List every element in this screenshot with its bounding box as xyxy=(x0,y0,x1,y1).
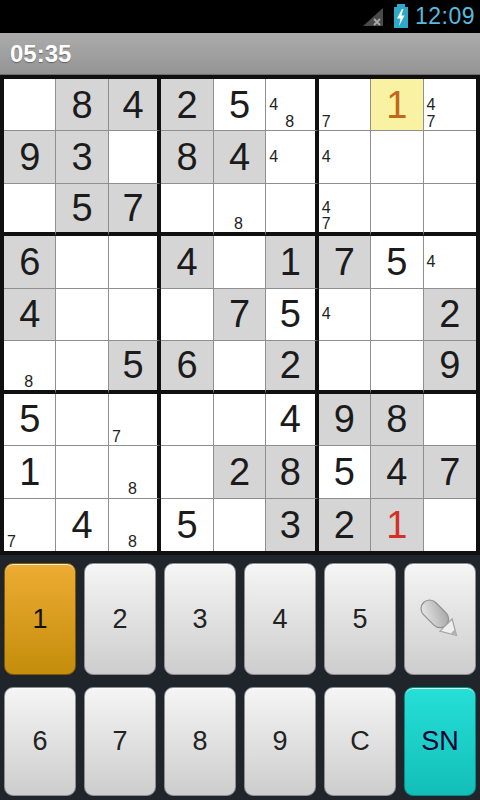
pencil-digit-slot xyxy=(319,79,336,96)
pencil-digit-slot xyxy=(141,394,157,411)
pencil-digit-slot xyxy=(141,480,157,497)
pencil-digit-slot xyxy=(38,374,55,390)
cell-r2c2[interactable]: 3 xyxy=(56,131,108,183)
cell-r7c7[interactable]: 9 xyxy=(319,394,371,446)
pencil-digit-slot xyxy=(266,79,282,96)
cell-digit: 5 xyxy=(229,86,250,124)
pencil-digit-slot xyxy=(441,271,458,288)
cell-r8c2[interactable] xyxy=(56,446,108,498)
cell-digit: 1 xyxy=(386,506,407,544)
cell-r2c8[interactable] xyxy=(371,131,423,183)
pencil-digit-slot xyxy=(38,357,55,373)
pencil-digit-slot xyxy=(109,446,125,463)
pencil-digit-slot xyxy=(336,289,353,306)
cell-digit: 8 xyxy=(386,400,407,438)
cell-r9c7[interactable]: 2 xyxy=(319,499,371,551)
pencil-digit-slot xyxy=(231,184,248,200)
cell-r2c3[interactable] xyxy=(109,131,161,183)
clock-text: 12:09 xyxy=(415,3,475,30)
pencil-digit-slot xyxy=(282,131,298,148)
pencil-digit-slot: 7 xyxy=(319,113,336,130)
cell-r7c2[interactable] xyxy=(56,394,108,446)
cell-r9c2[interactable]: 4 xyxy=(56,499,108,551)
pencil-digit-slot xyxy=(266,113,282,130)
pencil-digit-slot xyxy=(282,166,298,183)
cell-r5c6[interactable]: 5 xyxy=(266,289,318,341)
cell-digit: 5 xyxy=(386,243,407,281)
pencil-digit-slot xyxy=(141,516,157,533)
cell-r1c8[interactable]: 1 xyxy=(371,79,423,131)
pencil-digit-slot xyxy=(38,499,55,516)
pencil-digit-slot xyxy=(125,411,141,428)
pencil-marks: 7 xyxy=(4,499,55,551)
pencil-digit-slot xyxy=(459,271,476,288)
pencil-digit-slot xyxy=(141,463,157,480)
cell-digit: 7 xyxy=(229,295,250,333)
key-6[interactable]: 6 xyxy=(4,687,76,796)
pencil-marks: 8 xyxy=(109,499,157,551)
cell-digit: 1 xyxy=(386,86,407,124)
pencil-digit-slot xyxy=(336,323,353,340)
cell-r5c1[interactable]: 4 xyxy=(4,289,56,341)
pencil-marks: 4 xyxy=(266,131,314,182)
pencil-digit-slot xyxy=(353,306,370,323)
cell-digit: 2 xyxy=(280,346,301,384)
pencil-digit-slot xyxy=(336,216,353,232)
cell-digit: 5 xyxy=(176,506,197,544)
cell-digit: 4 xyxy=(72,506,93,544)
pencil-digit-slot: 4 xyxy=(424,253,441,270)
key-7[interactable]: 7 xyxy=(84,687,156,796)
pencil-digit-slot xyxy=(38,516,55,533)
pencil-digit-slot xyxy=(336,131,353,148)
pencil-digit-slot xyxy=(4,357,21,373)
pencil-digit-slot xyxy=(353,200,370,216)
pencil-digit-slot xyxy=(109,499,125,516)
cell-r4c1[interactable]: 6 xyxy=(4,236,56,288)
cell-digit: 2 xyxy=(229,453,250,491)
pencil-icon xyxy=(413,592,467,646)
pencil-digit-slot xyxy=(353,184,370,200)
pencil-digit-slot xyxy=(248,200,265,216)
pencil-digit-slot xyxy=(282,79,298,96)
pencil-digit-slot xyxy=(21,357,38,373)
timer-bar: 05:35 xyxy=(0,33,480,75)
cell-r7c8[interactable]: 8 xyxy=(371,394,423,446)
no-signal-icon xyxy=(360,5,386,29)
cell-r9c3[interactable]: 8 xyxy=(109,499,161,551)
cell-r6c3[interactable]: 5 xyxy=(109,341,161,393)
pencil-digit-slot xyxy=(459,96,476,113)
cell-r5c3[interactable] xyxy=(109,289,161,341)
pencil-digit-slot xyxy=(441,113,458,130)
cell-r2c9[interactable] xyxy=(424,131,476,183)
pencil-digit-slot xyxy=(282,96,298,113)
cell-r9c6[interactable]: 3 xyxy=(266,499,318,551)
pencil-digit-slot: 8 xyxy=(125,534,141,551)
status-bar: 12:09 xyxy=(0,0,480,33)
pencil-digit-slot xyxy=(266,166,282,183)
pencil-digit-slot: 8 xyxy=(231,216,248,232)
cell-digit: 4 xyxy=(176,243,197,281)
cell-digit: 5 xyxy=(19,400,40,438)
cell-r8c9[interactable]: 7 xyxy=(424,446,476,498)
cell-digit: 2 xyxy=(439,295,460,333)
key-5[interactable]: 5 xyxy=(324,563,396,675)
cell-digit: 2 xyxy=(176,86,197,124)
cell-r5c8[interactable] xyxy=(371,289,423,341)
pencil-digit-slot xyxy=(441,79,458,96)
pencil-digit-slot xyxy=(21,534,38,551)
pencil-marks: 47 xyxy=(319,184,370,232)
cell-digit: 4 xyxy=(19,295,40,333)
cell-r8c6[interactable]: 8 xyxy=(266,446,318,498)
pencil-digit-slot xyxy=(459,236,476,253)
cell-r4c6[interactable]: 1 xyxy=(266,236,318,288)
cell-digit: 7 xyxy=(334,243,355,281)
pencil-digit-slot xyxy=(141,534,157,551)
pencil-digit-slot: 4 xyxy=(319,306,336,323)
pencil-digit-slot xyxy=(109,516,125,533)
cell-digit: 5 xyxy=(334,453,355,491)
pencil-digit-slot xyxy=(109,411,125,428)
cell-r7c3[interactable]: 7 xyxy=(109,394,161,446)
pencil-marks: 4 xyxy=(319,289,370,340)
cell-r1c2[interactable]: 8 xyxy=(56,79,108,131)
pencil-digit-slot xyxy=(299,113,315,130)
pencil-digit-slot: 7 xyxy=(4,534,21,551)
battery-charging-icon xyxy=(391,3,410,30)
cell-r3c3[interactable]: 7 xyxy=(109,184,161,236)
cell-digit: 9 xyxy=(439,346,460,384)
cell-r2c7[interactable]: 4 xyxy=(319,131,371,183)
pencil-digit-slot xyxy=(125,463,141,480)
pencil-digit-slot xyxy=(336,79,353,96)
pencil-digit-slot xyxy=(248,216,265,232)
pencil-digit-slot xyxy=(4,499,21,516)
cell-r2c6[interactable]: 4 xyxy=(266,131,318,183)
cell-r1c5[interactable]: 5 xyxy=(214,79,266,131)
pencil-digit-slot xyxy=(4,341,21,357)
pencil-digit-slot xyxy=(319,131,336,148)
key-SN[interactable]: SN xyxy=(404,687,476,796)
cell-digit: 7 xyxy=(439,453,460,491)
cell-r3c9[interactable] xyxy=(424,184,476,236)
pencil-digit-slot xyxy=(141,499,157,516)
pencil-digit-slot: 4 xyxy=(319,200,336,216)
pencil-digit-slot xyxy=(459,79,476,96)
pencil-digit-slot xyxy=(353,113,370,130)
pencil-digit-slot xyxy=(109,534,125,551)
cell-digit: 6 xyxy=(176,346,197,384)
cell-r4c8[interactable]: 5 xyxy=(371,236,423,288)
cell-r3c1[interactable] xyxy=(4,184,56,236)
cell-digit: 3 xyxy=(280,506,301,544)
key-3[interactable]: 3 xyxy=(164,563,236,675)
pencil-digit-slot xyxy=(353,166,370,183)
pencil-digit-slot xyxy=(336,184,353,200)
key-1[interactable]: 1 xyxy=(4,563,76,675)
cell-r6c7[interactable] xyxy=(319,341,371,393)
cell-r6c9[interactable]: 9 xyxy=(424,341,476,393)
cell-r6c8[interactable] xyxy=(371,341,423,393)
pencil-digit-slot xyxy=(353,289,370,306)
cell-r7c5[interactable] xyxy=(214,394,266,446)
pencil-digit-slot xyxy=(38,341,55,357)
pencil-digit-slot xyxy=(125,394,141,411)
pencil-digit-slot xyxy=(125,446,141,463)
pencil-digit-slot xyxy=(459,253,476,270)
cell-digit: 4 xyxy=(280,400,301,438)
cell-r6c4[interactable]: 6 xyxy=(161,341,213,393)
pencil-digit-slot xyxy=(319,166,336,183)
pencil-digit-slot: 7 xyxy=(424,113,441,130)
pencil-digit-slot xyxy=(299,149,315,166)
cell-digit: 8 xyxy=(72,86,93,124)
pencil-button[interactable] xyxy=(404,563,476,675)
pencil-digit-slot xyxy=(319,184,336,200)
cell-r4c5[interactable] xyxy=(214,236,266,288)
cell-r9c9[interactable] xyxy=(424,499,476,551)
key-4[interactable]: 4 xyxy=(244,563,316,675)
cell-r4c7[interactable]: 7 xyxy=(319,236,371,288)
cell-r5c2[interactable] xyxy=(56,289,108,341)
pencil-digit-slot xyxy=(353,79,370,96)
pencil-digit-slot xyxy=(299,131,315,148)
pencil-digit-slot: 4 xyxy=(266,96,282,113)
pencil-digit-slot: 8 xyxy=(21,374,38,390)
pencil-digit-slot xyxy=(282,149,298,166)
pencil-digit-slot xyxy=(21,516,38,533)
keypad-row-2: 6789CSN xyxy=(0,687,480,796)
cell-r1c9[interactable]: 47 xyxy=(424,79,476,131)
pencil-digit-slot xyxy=(424,271,441,288)
cell-r2c5[interactable]: 4 xyxy=(214,131,266,183)
pencil-digit-slot xyxy=(141,428,157,445)
pencil-digit-slot xyxy=(353,131,370,148)
cell-r2c1[interactable]: 9 xyxy=(4,131,56,183)
cell-r4c9[interactable]: 4 xyxy=(424,236,476,288)
pencil-digit-slot xyxy=(21,341,38,357)
pencil-digit-slot xyxy=(299,166,315,183)
pencil-digit-slot: 4 xyxy=(424,96,441,113)
pencil-digit-slot xyxy=(353,323,370,340)
cell-r9c8[interactable]: 1 xyxy=(371,499,423,551)
cell-r1c3[interactable]: 4 xyxy=(109,79,161,131)
cell-digit: 5 xyxy=(72,189,93,227)
cell-r1c1[interactable] xyxy=(4,79,56,131)
cell-digit: 1 xyxy=(19,453,40,491)
pencil-digit-slot: 8 xyxy=(125,480,141,497)
pencil-digit-slot xyxy=(141,446,157,463)
pencil-digit-slot xyxy=(214,216,231,232)
cell-digit: 3 xyxy=(72,138,93,176)
pencil-marks: 7 xyxy=(109,394,157,445)
pencil-digit-slot: 4 xyxy=(266,149,282,166)
pencil-digit-slot xyxy=(266,131,282,148)
cell-r3c4[interactable] xyxy=(161,184,213,236)
pencil-digit-slot: 8 xyxy=(282,113,298,130)
cell-digit: 4 xyxy=(386,453,407,491)
cell-r8c7[interactable]: 5 xyxy=(319,446,371,498)
pencil-marks: 8 xyxy=(214,184,265,232)
pencil-digit-slot xyxy=(336,96,353,113)
pencil-digit-slot xyxy=(109,394,125,411)
pencil-digit-slot xyxy=(4,516,21,533)
cell-digit: 8 xyxy=(176,138,197,176)
key-9[interactable]: 9 xyxy=(244,687,316,796)
pencil-digit-slot xyxy=(125,499,141,516)
pencil-digit-slot xyxy=(214,184,231,200)
cell-r8c1[interactable]: 1 xyxy=(4,446,56,498)
cell-r9c4[interactable]: 5 xyxy=(161,499,213,551)
sudoku-app-screen: 12:09 05:35 8425487147938444578476417544… xyxy=(0,0,480,800)
cell-digit: 4 xyxy=(229,138,250,176)
pencil-digit-slot xyxy=(336,149,353,166)
cell-digit: 4 xyxy=(123,86,144,124)
pencil-digit-slot xyxy=(319,289,336,306)
cell-digit: 5 xyxy=(123,346,144,384)
cell-r8c4[interactable] xyxy=(161,446,213,498)
cell-r7c4[interactable] xyxy=(161,394,213,446)
pencil-digit-slot xyxy=(441,253,458,270)
cell-digit: 2 xyxy=(334,506,355,544)
pencil-digit-slot xyxy=(336,306,353,323)
cell-digit: 8 xyxy=(280,453,301,491)
pencil-digit-slot: 7 xyxy=(109,428,125,445)
pencil-digit-slot xyxy=(441,236,458,253)
cell-r4c2[interactable] xyxy=(56,236,108,288)
cell-r7c1[interactable]: 5 xyxy=(4,394,56,446)
cell-digit: 7 xyxy=(123,189,144,227)
pencil-digit-slot: 7 xyxy=(319,216,336,232)
pencil-digit-slot xyxy=(299,96,315,113)
cell-r9c5[interactable] xyxy=(214,499,266,551)
pencil-digit-slot xyxy=(459,113,476,130)
cell-r8c8[interactable]: 4 xyxy=(371,446,423,498)
pencil-digit-slot xyxy=(231,200,248,216)
pencil-digit-slot xyxy=(109,463,125,480)
pencil-digit-slot: 4 xyxy=(319,149,336,166)
cell-r7c9[interactable] xyxy=(424,394,476,446)
timer-text: 05:35 xyxy=(10,40,71,68)
cell-r6c2[interactable] xyxy=(56,341,108,393)
pencil-digit-slot xyxy=(336,166,353,183)
cell-r3c8[interactable] xyxy=(371,184,423,236)
pencil-digit-slot xyxy=(319,323,336,340)
pencil-marks: 8 xyxy=(4,341,55,389)
pencil-digit-slot xyxy=(21,499,38,516)
key-8[interactable]: 8 xyxy=(164,687,236,796)
cell-r8c3[interactable]: 8 xyxy=(109,446,161,498)
cell-r1c6[interactable]: 48 xyxy=(266,79,318,131)
cell-r5c4[interactable] xyxy=(161,289,213,341)
pencil-digit-slot xyxy=(125,428,141,445)
cell-r3c6[interactable] xyxy=(266,184,318,236)
pencil-digit-slot xyxy=(353,149,370,166)
cell-digit: 9 xyxy=(334,400,355,438)
cell-r5c5[interactable]: 7 xyxy=(214,289,266,341)
pencil-digit-slot xyxy=(336,113,353,130)
pencil-digit-slot xyxy=(141,411,157,428)
pencil-digit-slot xyxy=(38,534,55,551)
pencil-digit-slot xyxy=(424,236,441,253)
pencil-digit-slot xyxy=(125,516,141,533)
pencil-digit-slot xyxy=(424,79,441,96)
cell-r1c4[interactable]: 2 xyxy=(161,79,213,131)
cell-r2c4[interactable]: 8 xyxy=(161,131,213,183)
pencil-digit-slot xyxy=(109,480,125,497)
pencil-digit-slot xyxy=(353,96,370,113)
cell-r6c5[interactable] xyxy=(214,341,266,393)
pencil-digit-slot xyxy=(299,79,315,96)
cell-r5c7[interactable]: 4 xyxy=(319,289,371,341)
cell-r3c7[interactable]: 47 xyxy=(319,184,371,236)
pencil-marks: 7 xyxy=(319,79,370,130)
pencil-digit-slot xyxy=(4,374,21,390)
pencil-marks: 47 xyxy=(424,79,476,130)
keypad-row-1: 12345 xyxy=(0,563,480,675)
pencil-digit-slot xyxy=(353,216,370,232)
cell-digit: 1 xyxy=(280,243,301,281)
pencil-marks: 8 xyxy=(109,446,157,497)
pencil-marks: 4 xyxy=(319,131,370,182)
cell-r3c5[interactable]: 8 xyxy=(214,184,266,236)
pencil-digit-slot xyxy=(319,96,336,113)
cell-r4c4[interactable]: 4 xyxy=(161,236,213,288)
cell-r8c5[interactable]: 2 xyxy=(214,446,266,498)
key-C[interactable]: C xyxy=(324,687,396,796)
key-2[interactable]: 2 xyxy=(84,563,156,675)
pencil-digit-slot xyxy=(336,200,353,216)
cell-r6c1[interactable]: 8 xyxy=(4,341,56,393)
cell-r5c9[interactable]: 2 xyxy=(424,289,476,341)
cell-digit: 6 xyxy=(19,243,40,281)
cell-r1c7[interactable]: 7 xyxy=(319,79,371,131)
pencil-marks: 4 xyxy=(424,236,476,287)
sudoku-board: 8425487147938444578476417544754285629574… xyxy=(0,75,480,555)
pencil-digit-slot xyxy=(248,184,265,200)
pencil-digit-slot xyxy=(214,200,231,216)
pencil-marks: 48 xyxy=(266,79,314,130)
cell-r9c1[interactable]: 7 xyxy=(4,499,56,551)
cell-r3c2[interactable]: 5 xyxy=(56,184,108,236)
cell-r6c6[interactable]: 2 xyxy=(266,341,318,393)
cell-digit: 9 xyxy=(19,138,40,176)
pencil-digit-slot xyxy=(441,96,458,113)
cell-r4c3[interactable] xyxy=(109,236,161,288)
cell-r7c6[interactable]: 4 xyxy=(266,394,318,446)
cell-digit: 5 xyxy=(280,295,301,333)
